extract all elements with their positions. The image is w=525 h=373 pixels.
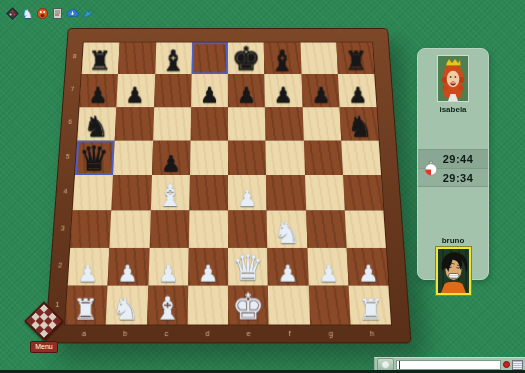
black-pawn[interactable]: ♟ — [237, 86, 256, 106]
white-knight[interactable]: ♞ — [112, 295, 140, 323]
square-b2[interactable]: ♟ — [108, 247, 149, 285]
white-pawn[interactable]: ♟ — [358, 263, 379, 284]
square-e3[interactable] — [228, 211, 267, 248]
square-g8[interactable] — [300, 43, 338, 75]
square-f1[interactable] — [268, 285, 309, 324]
square-e1[interactable]: ♚ — [228, 285, 269, 324]
square-g3[interactable] — [306, 211, 347, 248]
black-pawn[interactable]: ♟ — [348, 86, 367, 106]
square-d3[interactable] — [189, 211, 228, 248]
square-b5[interactable] — [113, 140, 152, 175]
square-h5[interactable] — [341, 140, 381, 175]
file-label-g: g — [310, 329, 352, 339]
square-f2[interactable]: ♟ — [267, 247, 308, 285]
square-g2[interactable]: ♟ — [307, 247, 348, 285]
black-knight[interactable]: ♞ — [83, 113, 109, 139]
square-h3[interactable] — [345, 211, 386, 248]
rank-label-7: 7 — [67, 85, 78, 94]
white-pawn[interactable]: ♟ — [237, 189, 257, 210]
square-c3[interactable] — [149, 211, 189, 248]
square-a5[interactable]: ♛ — [75, 140, 115, 175]
white-pawn[interactable]: ♟ — [118, 263, 139, 284]
square-d6[interactable] — [190, 107, 228, 141]
board-grid: ♜♝♚♝♜♟♟♟♟♟♟♟♞♞♛♟♝♟♞♟♟♟♟♛♟♟♟♜♞♝♚♜ — [64, 42, 392, 326]
square-b7[interactable]: ♟ — [117, 74, 155, 107]
square-b6[interactable] — [115, 107, 154, 141]
square-a7[interactable]: ♟ — [79, 74, 118, 107]
square-a2[interactable]: ♟ — [68, 247, 110, 285]
square-g1[interactable] — [308, 285, 350, 324]
black-rook[interactable]: ♜ — [88, 50, 111, 74]
square-h1[interactable]: ♜ — [348, 285, 391, 324]
bottom-clock-time: 29:34 — [433, 172, 474, 184]
square-e2[interactable]: ♛ — [228, 247, 268, 285]
white-pawn[interactable]: ♟ — [158, 263, 179, 284]
black-knight[interactable]: ♞ — [347, 113, 373, 139]
black-bishop[interactable]: ♝ — [270, 47, 296, 73]
stopwatch-icon — [424, 161, 438, 176]
square-a6[interactable]: ♞ — [77, 107, 116, 141]
square-f3[interactable]: ♞ — [267, 211, 307, 248]
players-panel: isabela 29:44 29:34 bruno — [417, 48, 489, 280]
top-player-name: isabela — [418, 105, 488, 114]
square-g7[interactable]: ♟ — [301, 74, 339, 107]
square-f4[interactable] — [266, 175, 305, 211]
square-h6[interactable]: ♞ — [339, 107, 378, 141]
file-label-h: h — [351, 329, 393, 339]
square-f5[interactable] — [266, 140, 305, 175]
white-pawn[interactable]: ♟ — [198, 263, 219, 284]
bottom-player-name: bruno — [418, 236, 488, 245]
black-pawn[interactable]: ♟ — [274, 86, 293, 106]
menu-label[interactable]: Menu — [30, 341, 58, 353]
top-player-portrait — [437, 55, 469, 102]
isabela-avatar — [438, 56, 468, 101]
square-h2[interactable]: ♟ — [346, 247, 388, 285]
rank-label-3: 3 — [57, 223, 69, 233]
square-c1[interactable]: ♝ — [147, 285, 188, 324]
white-pawn[interactable]: ♟ — [77, 263, 98, 284]
square-a8[interactable]: ♜ — [82, 43, 120, 75]
file-label-e: e — [228, 329, 269, 339]
square-b1[interactable]: ♞ — [106, 285, 148, 324]
rank-label-8: 8 — [69, 52, 80, 60]
square-f6[interactable] — [265, 107, 303, 141]
keyboard-icon[interactable] — [512, 360, 523, 370]
rank-label-6: 6 — [64, 118, 75, 127]
square-h4[interactable] — [343, 175, 384, 211]
white-rook[interactable]: ♜ — [358, 297, 384, 323]
square-a4[interactable] — [73, 175, 114, 211]
rank-label-2: 2 — [54, 261, 66, 271]
file-label-f: f — [269, 329, 310, 339]
black-pawn[interactable]: ♟ — [161, 154, 181, 174]
square-e6[interactable] — [228, 107, 266, 141]
black-bishop[interactable]: ♝ — [160, 47, 186, 73]
chess-board: ♜♝♚♝♜♟♟♟♟♟♟♟♞♞♛♟♝♟♞♟♟♟♟♛♟♟♟♜♞♝♚♜ 8765432… — [45, 28, 412, 343]
app-window: ♞ ♜♝♚♝♜♟♟♟♟♟♟♟♞♞♛♟♝♟♞♟♟♟♟♛♟♟♟♜♞♝♚♜ 87654… — [0, 0, 525, 373]
square-d7[interactable]: ♟ — [191, 74, 228, 107]
square-c5[interactable]: ♟ — [152, 140, 191, 175]
square-f8[interactable]: ♝ — [264, 43, 301, 75]
black-rook[interactable]: ♜ — [344, 50, 367, 74]
bruno-avatar — [438, 249, 469, 293]
record-dot-icon — [503, 361, 510, 368]
square-d4[interactable] — [189, 175, 228, 211]
chat-input[interactable] — [396, 360, 501, 370]
square-g4[interactable] — [305, 175, 345, 211]
square-c4[interactable]: ♝ — [150, 175, 189, 211]
black-pawn[interactable]: ♟ — [126, 86, 145, 106]
square-h7[interactable]: ♟ — [338, 74, 377, 107]
white-queen[interactable]: ♛ — [232, 252, 264, 285]
square-f7[interactable]: ♟ — [265, 74, 303, 107]
square-c2[interactable]: ♟ — [148, 247, 189, 285]
text-caret — [399, 361, 400, 369]
clock: 29:44 29:34 — [418, 149, 488, 187]
square-d2[interactable]: ♟ — [188, 247, 228, 285]
file-label-a: a — [63, 329, 105, 339]
file-label-d: d — [187, 329, 228, 339]
square-b8[interactable] — [118, 43, 156, 75]
white-rook[interactable]: ♜ — [73, 297, 99, 323]
square-d8[interactable] — [191, 43, 228, 75]
black-pawn[interactable]: ♟ — [200, 86, 219, 106]
square-e8[interactable]: ♚ — [228, 43, 265, 75]
white-king[interactable]: ♚ — [232, 290, 264, 323]
black-queen[interactable]: ♛ — [79, 143, 109, 174]
square-b4[interactable] — [111, 175, 151, 211]
file-label-b: b — [104, 329, 146, 339]
square-g5[interactable] — [303, 140, 342, 175]
menu-diamond-icon[interactable] — [24, 301, 64, 341]
chat-bar — [374, 357, 525, 371]
board-icon[interactable] — [6, 7, 19, 20]
black-king[interactable]: ♚ — [232, 44, 261, 74]
white-pawn[interactable]: ♟ — [318, 263, 339, 284]
top-clock-time: 29:44 — [433, 153, 474, 165]
knight-icon[interactable]: ♞ — [21, 7, 34, 20]
chat-bubble-icon — [381, 360, 390, 369]
white-knight[interactable]: ♞ — [274, 219, 301, 246]
black-pawn[interactable]: ♟ — [89, 86, 108, 106]
square-e7[interactable]: ♟ — [228, 74, 265, 107]
rank-label-4: 4 — [59, 187, 71, 196]
square-e4[interactable]: ♟ — [228, 175, 267, 211]
square-c7[interactable] — [154, 74, 192, 107]
rank-label-5: 5 — [62, 152, 74, 161]
white-bishop[interactable]: ♝ — [153, 294, 182, 323]
white-bishop[interactable]: ♝ — [156, 182, 183, 210]
square-c6[interactable] — [153, 107, 191, 141]
black-pawn[interactable]: ♟ — [311, 86, 330, 106]
square-e5[interactable] — [228, 140, 266, 175]
square-a3[interactable] — [70, 211, 111, 248]
white-pawn[interactable]: ♟ — [278, 263, 299, 284]
square-d1[interactable] — [187, 285, 228, 324]
square-b3[interactable] — [110, 211, 151, 248]
square-a1[interactable]: ♜ — [65, 285, 108, 324]
file-label-c: c — [146, 329, 187, 339]
square-d5[interactable] — [190, 140, 228, 175]
bottom-player-portrait — [436, 247, 471, 295]
square-g6[interactable] — [302, 107, 341, 141]
board-scene: ♜♝♚♝♜♟♟♟♟♟♟♟♞♞♛♟♝♟♞♟♟♟♟♛♟♟♟♜♞♝♚♜ 8765432… — [37, 0, 417, 370]
square-h8[interactable]: ♜ — [336, 43, 374, 75]
square-c8[interactable]: ♝ — [155, 43, 192, 75]
menu-button[interactable]: Menu — [25, 303, 63, 353]
